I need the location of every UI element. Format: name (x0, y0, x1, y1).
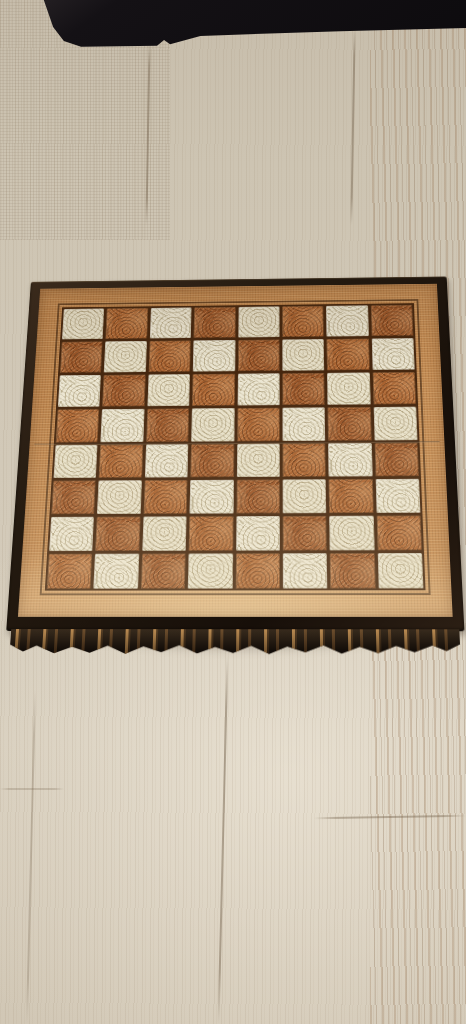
square-d6 (192, 374, 235, 406)
square-h8 (370, 305, 413, 336)
square-a1 (47, 554, 93, 589)
square-e1 (235, 553, 280, 588)
square-d3 (190, 479, 234, 513)
square-b5 (101, 409, 145, 442)
square-a2 (49, 517, 94, 552)
square-a3 (51, 480, 96, 514)
square-g7 (327, 339, 370, 371)
square-b7 (104, 341, 147, 373)
board-grid (45, 303, 426, 590)
square-g4 (328, 443, 372, 477)
square-a7 (60, 341, 103, 373)
square-a8 (62, 308, 105, 339)
chess-board (4, 276, 466, 660)
square-e6 (237, 373, 279, 405)
square-b1 (94, 554, 139, 589)
square-h7 (371, 338, 414, 370)
photo-scene (0, 0, 466, 1024)
square-h4 (374, 442, 419, 476)
square-e3 (236, 479, 280, 513)
square-g6 (327, 373, 370, 405)
square-h5 (373, 407, 417, 440)
square-h3 (375, 478, 420, 512)
square-a6 (58, 375, 101, 407)
square-c6 (147, 374, 190, 406)
square-c2 (142, 516, 187, 551)
square-b6 (102, 375, 145, 407)
square-d4 (190, 444, 233, 477)
square-b8 (106, 308, 148, 339)
floor-plank-joint (0, 788, 64, 790)
square-e7 (237, 340, 279, 372)
square-f2 (283, 516, 327, 551)
square-h2 (376, 515, 422, 550)
square-e5 (237, 408, 280, 441)
square-h1 (377, 553, 423, 589)
square-g3 (329, 479, 374, 513)
cork-border (18, 284, 453, 617)
square-g8 (326, 305, 368, 336)
square-g2 (329, 515, 374, 550)
board-frame (6, 276, 464, 631)
square-g1 (330, 553, 375, 589)
square-e4 (236, 443, 279, 477)
square-f7 (282, 339, 324, 371)
square-d5 (191, 408, 234, 441)
square-c8 (150, 307, 192, 338)
square-c1 (141, 553, 186, 588)
square-b3 (97, 480, 141, 514)
square-d1 (188, 553, 233, 588)
square-g5 (328, 407, 372, 440)
square-f1 (283, 553, 328, 588)
square-a4 (54, 444, 98, 477)
square-h6 (372, 372, 416, 404)
square-e8 (238, 306, 280, 337)
square-f3 (283, 479, 327, 513)
square-f6 (282, 373, 325, 405)
square-b4 (99, 444, 143, 477)
square-f4 (282, 443, 325, 477)
square-a5 (56, 409, 100, 442)
square-c5 (146, 409, 189, 442)
square-b2 (96, 516, 141, 551)
square-e2 (236, 516, 280, 551)
square-c3 (143, 480, 187, 514)
square-c7 (148, 341, 190, 373)
square-f8 (282, 306, 324, 337)
square-d8 (194, 307, 236, 338)
square-c4 (145, 444, 189, 477)
square-f5 (282, 408, 325, 441)
square-d2 (189, 516, 233, 551)
carved-apron (9, 629, 460, 656)
square-d7 (193, 340, 235, 372)
